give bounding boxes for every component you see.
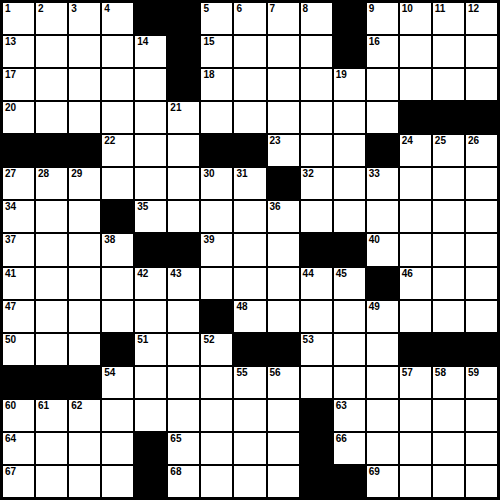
crossword-cell[interactable]: 69 (367, 466, 398, 497)
crossword-cell[interactable] (135, 69, 166, 100)
clue-number: 1 (5, 3, 11, 14)
clue-number: 35 (137, 201, 148, 212)
clue-number: 12 (468, 3, 479, 14)
clue-number: 26 (468, 135, 479, 146)
crossword-cell[interactable]: 22 (102, 135, 133, 166)
crossword-cell[interactable] (135, 168, 166, 199)
crossword-cell[interactable] (268, 400, 299, 431)
crossword-cell[interactable]: 65 (168, 433, 199, 464)
crossword-cell[interactable]: 6 (234, 3, 265, 34)
clue-number: 30 (203, 168, 214, 179)
crossword-cell[interactable] (102, 36, 133, 67)
crossword-cell[interactable] (268, 234, 299, 265)
crossword-cell[interactable]: 66 (334, 433, 365, 464)
crossword-cell[interactable] (234, 36, 265, 67)
black-square (69, 135, 100, 166)
crossword-cell[interactable] (168, 135, 199, 166)
crossword-cell[interactable]: 20 (3, 102, 34, 133)
crossword-cell[interactable] (102, 102, 133, 133)
crossword-cell[interactable] (400, 36, 431, 67)
crossword-cell[interactable]: 48 (234, 301, 265, 332)
crossword-cell[interactable] (36, 334, 67, 365)
crossword-cell[interactable] (201, 102, 232, 133)
black-square (102, 334, 133, 365)
crossword-cell[interactable] (102, 433, 133, 464)
crossword-cell[interactable] (234, 201, 265, 232)
clue-number: 11 (435, 3, 446, 14)
crossword-cell[interactable]: 13 (3, 36, 34, 67)
crossword-cell[interactable] (301, 201, 332, 232)
black-square (334, 466, 365, 497)
black-square (234, 334, 265, 365)
black-square (168, 69, 199, 100)
crossword-cell[interactable] (367, 400, 398, 431)
crossword-cell[interactable] (135, 102, 166, 133)
crossword-cell[interactable] (201, 268, 232, 299)
clue-number: 5 (203, 3, 209, 14)
black-square (102, 201, 133, 232)
crossword-cell[interactable] (433, 268, 464, 299)
crossword-cell[interactable] (201, 400, 232, 431)
clue-number: 16 (369, 36, 380, 47)
crossword-cell[interactable] (433, 400, 464, 431)
clue-number: 57 (402, 367, 413, 378)
crossword-cell[interactable]: 3 (69, 3, 100, 34)
crossword-cell[interactable]: 29 (69, 168, 100, 199)
black-square (400, 334, 431, 365)
crossword-cell[interactable]: 42 (135, 268, 166, 299)
clue-number: 49 (369, 301, 380, 312)
crossword-cell[interactable]: 45 (334, 268, 365, 299)
black-square (301, 433, 332, 464)
black-square (268, 334, 299, 365)
clue-number: 40 (369, 234, 380, 245)
crossword-cell[interactable] (400, 201, 431, 232)
black-square (268, 168, 299, 199)
clue-number: 66 (336, 433, 347, 444)
clue-number: 31 (236, 168, 247, 179)
clue-number: 58 (435, 367, 446, 378)
clue-number: 25 (435, 135, 446, 146)
clue-number: 38 (104, 234, 115, 245)
crossword-cell[interactable]: 2 (36, 3, 67, 34)
crossword-cell[interactable] (69, 334, 100, 365)
black-square (301, 400, 332, 431)
black-square (135, 234, 166, 265)
crossword-cell[interactable]: 9 (367, 3, 398, 34)
crossword-cell[interactable]: 47 (3, 301, 34, 332)
crossword-cell[interactable]: 23 (268, 135, 299, 166)
black-square (367, 135, 398, 166)
crossword-cell[interactable] (135, 301, 166, 332)
crossword-cell[interactable] (102, 69, 133, 100)
crossword-cell[interactable] (69, 433, 100, 464)
crossword-cell[interactable] (234, 268, 265, 299)
crossword-cell[interactable] (135, 135, 166, 166)
clue-number: 68 (170, 466, 181, 477)
clue-number: 3 (71, 3, 77, 14)
crossword-cell[interactable] (36, 69, 67, 100)
crossword-cell[interactable]: 25 (433, 135, 464, 166)
crossword-cell[interactable] (36, 433, 67, 464)
clue-number: 19 (336, 69, 347, 80)
crossword-cell[interactable] (201, 433, 232, 464)
crossword-cell[interactable]: 49 (367, 301, 398, 332)
crossword-cell[interactable] (69, 466, 100, 497)
black-square (135, 466, 166, 497)
crossword-cell[interactable] (36, 234, 67, 265)
black-square (334, 3, 365, 34)
crossword-cell[interactable] (69, 301, 100, 332)
crossword-cell[interactable] (334, 334, 365, 365)
clue-number: 18 (203, 69, 214, 80)
crossword-cell[interactable] (301, 102, 332, 133)
crossword-cell[interactable] (168, 201, 199, 232)
crossword-cell[interactable] (168, 301, 199, 332)
clue-number: 43 (170, 268, 181, 279)
crossword-cell[interactable]: 10 (400, 3, 431, 34)
crossword-cell[interactable]: 67 (3, 466, 34, 497)
crossword-cell[interactable]: 39 (201, 234, 232, 265)
crossword-cell[interactable]: 53 (301, 334, 332, 365)
crossword-cell[interactable] (334, 168, 365, 199)
crossword-cell[interactable] (334, 135, 365, 166)
black-square (334, 36, 365, 67)
crossword-cell[interactable] (36, 466, 67, 497)
black-square (168, 234, 199, 265)
crossword-cell[interactable] (102, 400, 133, 431)
crossword-cell[interactable] (466, 400, 497, 431)
crossword-cell[interactable] (36, 201, 67, 232)
clue-number: 45 (336, 268, 347, 279)
crossword-cell[interactable]: 1 (3, 3, 34, 34)
clue-number: 48 (236, 301, 247, 312)
clue-number: 33 (369, 168, 380, 179)
crossword-cell[interactable]: 30 (201, 168, 232, 199)
crossword-cell[interactable] (334, 301, 365, 332)
crossword-cell[interactable] (36, 102, 67, 133)
crossword-cell[interactable] (69, 36, 100, 67)
crossword-cell[interactable] (466, 234, 497, 265)
black-square (3, 367, 34, 398)
crossword-cell[interactable] (400, 466, 431, 497)
crossword-cell[interactable] (334, 102, 365, 133)
clue-number: 13 (5, 36, 16, 47)
crossword-cell[interactable]: 50 (3, 334, 34, 365)
black-square (3, 135, 34, 166)
black-square (400, 102, 431, 133)
crossword-cell[interactable] (301, 36, 332, 67)
crossword-cell[interactable] (301, 69, 332, 100)
clue-number: 28 (38, 168, 49, 179)
crossword-cell[interactable]: 5 (201, 3, 232, 34)
crossword-cell[interactable] (268, 69, 299, 100)
clue-number: 20 (5, 102, 16, 113)
clue-number: 15 (203, 36, 214, 47)
crossword-cell[interactable]: 51 (135, 334, 166, 365)
clue-number: 23 (270, 135, 281, 146)
crossword-cell[interactable]: 64 (3, 433, 34, 464)
clue-number: 14 (137, 36, 148, 47)
clue-number: 47 (5, 301, 16, 312)
clue-number: 9 (369, 3, 375, 14)
crossword-cell[interactable] (367, 367, 398, 398)
crossword-cell[interactable] (400, 69, 431, 100)
crossword-cell[interactable] (433, 168, 464, 199)
crossword-cell[interactable]: 21 (168, 102, 199, 133)
clue-number: 29 (71, 168, 82, 179)
crossword-cell[interactable] (400, 400, 431, 431)
clue-number: 36 (270, 201, 281, 212)
black-square (36, 367, 67, 398)
crossword-cell[interactable] (466, 201, 497, 232)
crossword-cell[interactable]: 57 (400, 367, 431, 398)
crossword-cell[interactable] (168, 367, 199, 398)
crossword-cell[interactable] (400, 168, 431, 199)
crossword-cell[interactable] (69, 201, 100, 232)
black-square (201, 135, 232, 166)
clue-number: 27 (5, 168, 16, 179)
clue-number: 39 (203, 234, 214, 245)
crossword-cell[interactable]: 55 (234, 367, 265, 398)
black-square (36, 135, 67, 166)
crossword-cell[interactable] (433, 36, 464, 67)
black-square (433, 334, 464, 365)
crossword-cell[interactable] (102, 168, 133, 199)
crossword-cell[interactable]: 19 (334, 69, 365, 100)
black-square (466, 102, 497, 133)
crossword-cell[interactable] (69, 234, 100, 265)
crossword-cell[interactable] (168, 334, 199, 365)
clue-number: 69 (369, 466, 380, 477)
crossword-cell[interactable] (466, 168, 497, 199)
clue-number: 56 (270, 367, 281, 378)
crossword-cell[interactable] (301, 367, 332, 398)
crossword-cell[interactable] (433, 301, 464, 332)
clue-number: 53 (303, 334, 314, 345)
crossword-cell[interactable] (168, 400, 199, 431)
crossword-cell[interactable] (301, 135, 332, 166)
crossword-cell[interactable] (234, 102, 265, 133)
clue-number: 37 (5, 234, 16, 245)
clue-number: 21 (170, 102, 181, 113)
crossword-cell[interactable]: 31 (234, 168, 265, 199)
crossword-cell[interactable]: 16 (367, 36, 398, 67)
crossword-cell[interactable] (334, 367, 365, 398)
crossword-cell[interactable] (268, 301, 299, 332)
crossword-cell[interactable]: 7 (268, 3, 299, 34)
crossword-cell[interactable] (102, 268, 133, 299)
crossword-cell[interactable]: 46 (400, 268, 431, 299)
clue-number: 67 (5, 466, 16, 477)
clue-number: 34 (5, 201, 16, 212)
black-square (135, 3, 166, 34)
crossword-cell[interactable] (301, 301, 332, 332)
crossword-cell[interactable] (268, 102, 299, 133)
black-square (69, 367, 100, 398)
crossword-cell[interactable] (466, 433, 497, 464)
crossword-cell[interactable]: 43 (168, 268, 199, 299)
black-square (234, 135, 265, 166)
clue-number: 7 (270, 3, 276, 14)
crossword-cell[interactable] (168, 168, 199, 199)
crossword-cell[interactable] (433, 201, 464, 232)
black-square (301, 234, 332, 265)
clue-number: 8 (303, 3, 309, 14)
crossword-cell[interactable]: 52 (201, 334, 232, 365)
crossword-cell[interactable] (69, 268, 100, 299)
crossword-cell[interactable]: 62 (69, 400, 100, 431)
clue-number: 10 (402, 3, 413, 14)
black-square (168, 36, 199, 67)
crossword-cell[interactable] (234, 234, 265, 265)
black-square (433, 102, 464, 133)
crossword-cell[interactable] (433, 433, 464, 464)
clue-number: 17 (5, 69, 16, 80)
clue-number: 64 (5, 433, 16, 444)
black-square (466, 334, 497, 365)
crossword-cell[interactable] (201, 201, 232, 232)
crossword-cell[interactable]: 17 (3, 69, 34, 100)
black-square (367, 268, 398, 299)
crossword-cell[interactable]: 33 (367, 168, 398, 199)
crossword-cell[interactable] (201, 466, 232, 497)
crossword-cell[interactable] (268, 268, 299, 299)
crossword-cell[interactable]: 61 (36, 400, 67, 431)
crossword-cell[interactable]: 41 (3, 268, 34, 299)
clue-number: 46 (402, 268, 413, 279)
crossword-cell[interactable] (135, 400, 166, 431)
crossword-cell[interactable] (69, 69, 100, 100)
crossword-cell[interactable]: 59 (466, 367, 497, 398)
clue-number: 59 (468, 367, 479, 378)
crossword-cell[interactable]: 37 (3, 234, 34, 265)
clue-number: 41 (5, 268, 16, 279)
crossword-cell[interactable] (433, 69, 464, 100)
crossword-cell[interactable] (466, 36, 497, 67)
crossword-cell[interactable]: 60 (3, 400, 34, 431)
crossword-cell[interactable] (234, 69, 265, 100)
crossword-cell[interactable] (135, 367, 166, 398)
clue-number: 42 (137, 268, 148, 279)
crossword-cell[interactable]: 15 (201, 36, 232, 67)
black-square (301, 466, 332, 497)
clue-number: 24 (402, 135, 413, 146)
crossword-cell[interactable] (466, 301, 497, 332)
crossword-cell[interactable]: 63 (334, 400, 365, 431)
crossword-cell[interactable] (400, 301, 431, 332)
clue-number: 50 (5, 334, 16, 345)
crossword-cell[interactable] (466, 268, 497, 299)
crossword-cell[interactable]: 8 (301, 3, 332, 34)
clue-number: 22 (104, 135, 115, 146)
crossword-cell[interactable]: 58 (433, 367, 464, 398)
clue-number: 52 (203, 334, 214, 345)
crossword-cell[interactable]: 12 (466, 3, 497, 34)
crossword-cell[interactable] (367, 102, 398, 133)
clue-number: 63 (336, 400, 347, 411)
crossword-cell[interactable]: 26 (466, 135, 497, 166)
clue-number: 4 (104, 3, 110, 14)
clue-number: 62 (71, 400, 82, 411)
crossword-cell[interactable] (400, 433, 431, 464)
crossword-cell[interactable]: 24 (400, 135, 431, 166)
crossword-cell[interactable]: 54 (102, 367, 133, 398)
clue-number: 61 (38, 400, 49, 411)
crossword-cell[interactable]: 68 (168, 466, 199, 497)
crossword-cell[interactable]: 4 (102, 3, 133, 34)
crossword-cell[interactable] (102, 466, 133, 497)
black-square (135, 433, 166, 464)
crossword-cell[interactable] (102, 301, 133, 332)
crossword-cell[interactable]: 40 (367, 234, 398, 265)
crossword-cell[interactable]: 56 (268, 367, 299, 398)
crossword-cell[interactable] (201, 367, 232, 398)
crossword-cell[interactable]: 38 (102, 234, 133, 265)
crossword-cell[interactable] (234, 433, 265, 464)
crossword-cell[interactable] (400, 234, 431, 265)
crossword-cell[interactable] (69, 102, 100, 133)
crossword-cell[interactable] (36, 36, 67, 67)
crossword-cell[interactable]: 35 (135, 201, 166, 232)
crossword-cell[interactable] (234, 400, 265, 431)
black-square (168, 3, 199, 34)
clue-number: 65 (170, 433, 181, 444)
crossword-cell[interactable] (367, 433, 398, 464)
crossword-cell[interactable] (234, 466, 265, 497)
clue-number: 44 (303, 268, 314, 279)
clue-number: 6 (236, 3, 242, 14)
clue-number: 51 (137, 334, 148, 345)
crossword-cell[interactable] (36, 301, 67, 332)
clue-number: 60 (5, 400, 16, 411)
clue-number: 32 (303, 168, 314, 179)
crossword-cell[interactable] (367, 201, 398, 232)
clue-number: 2 (38, 3, 44, 14)
crossword-cell[interactable] (36, 268, 67, 299)
crossword-cell[interactable] (466, 69, 497, 100)
crossword-cell[interactable]: 44 (301, 268, 332, 299)
crossword-cell[interactable]: 27 (3, 168, 34, 199)
crossword-cell[interactable]: 32 (301, 168, 332, 199)
crossword-cell[interactable]: 11 (433, 3, 464, 34)
crossword-cell[interactable] (334, 201, 365, 232)
crossword-cell[interactable]: 14 (135, 36, 166, 67)
black-square (201, 301, 232, 332)
crossword-cell[interactable]: 36 (268, 201, 299, 232)
clue-number: 55 (236, 367, 247, 378)
crossword-cell[interactable] (268, 36, 299, 67)
crossword-cell[interactable] (433, 234, 464, 265)
crossword-cell[interactable] (433, 466, 464, 497)
crossword-cell[interactable]: 28 (36, 168, 67, 199)
crossword-cell[interactable] (367, 334, 398, 365)
crossword-cell[interactable]: 34 (3, 201, 34, 232)
crossword-cell[interactable]: 18 (201, 69, 232, 100)
crossword-cell[interactable] (466, 466, 497, 497)
crossword-cell[interactable] (367, 69, 398, 100)
crossword-cell[interactable] (268, 466, 299, 497)
black-square (334, 234, 365, 265)
crossword-cell[interactable] (268, 433, 299, 464)
crossword-board: 1234567891011121314151617181920212223242… (0, 0, 500, 500)
clue-number: 54 (104, 367, 115, 378)
